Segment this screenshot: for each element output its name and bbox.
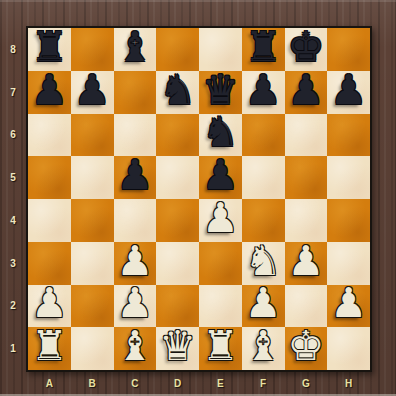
square-h3[interactable] — [327, 242, 370, 285]
piece-black-pawn-g7: ♟ — [287, 70, 324, 111]
piece-white-rook-a1: ♜ — [31, 326, 68, 367]
rank-label-6: 6 — [0, 114, 26, 157]
rank-label-2: 2 — [0, 285, 26, 328]
square-g7[interactable]: ♟ — [285, 71, 328, 114]
square-b5[interactable] — [71, 156, 114, 199]
piece-white-rook-e1: ♜ — [202, 326, 239, 367]
board: ♜♝♜♚♟♟♞♛♟♟♟♞♟♟♟♟♞♟♟♟♟♟♜♝♛♜♝♚ — [28, 28, 370, 370]
square-g8[interactable]: ♚ — [285, 28, 328, 71]
piece-black-bishop-c8: ♝ — [116, 27, 153, 68]
piece-white-pawn-e4: ♟ — [202, 198, 239, 239]
square-d6[interactable] — [156, 114, 199, 157]
square-e5[interactable]: ♟ — [199, 156, 242, 199]
file-label-f: F — [242, 372, 285, 394]
square-d3[interactable] — [156, 242, 199, 285]
square-e2[interactable] — [199, 285, 242, 328]
square-f7[interactable]: ♟ — [242, 71, 285, 114]
square-d5[interactable] — [156, 156, 199, 199]
file-label-h: H — [327, 372, 370, 394]
square-h4[interactable] — [327, 199, 370, 242]
board-frame: ♜♝♜♚♟♟♞♛♟♟♟♞♟♟♟♟♞♟♟♟♟♟♜♝♛♜♝♚ — [26, 26, 372, 372]
square-d7[interactable]: ♞ — [156, 71, 199, 114]
piece-white-bishop-f1: ♝ — [245, 326, 282, 367]
square-c1[interactable]: ♝ — [114, 327, 157, 370]
piece-white-pawn-c2: ♟ — [116, 283, 153, 324]
piece-white-bishop-c1: ♝ — [116, 326, 153, 367]
square-e4[interactable]: ♟ — [199, 199, 242, 242]
square-e7[interactable]: ♛ — [199, 71, 242, 114]
piece-white-pawn-f2: ♟ — [245, 283, 282, 324]
square-f4[interactable] — [242, 199, 285, 242]
square-e1[interactable]: ♜ — [199, 327, 242, 370]
square-f1[interactable]: ♝ — [242, 327, 285, 370]
square-d8[interactable] — [156, 28, 199, 71]
square-a4[interactable] — [28, 199, 71, 242]
square-d2[interactable] — [156, 285, 199, 328]
piece-black-pawn-c5: ♟ — [116, 155, 153, 196]
rank-label-3: 3 — [0, 242, 26, 285]
square-a6[interactable] — [28, 114, 71, 157]
file-labels: ABCDEFGH — [28, 372, 370, 394]
square-g2[interactable] — [285, 285, 328, 328]
square-f5[interactable] — [242, 156, 285, 199]
square-h7[interactable]: ♟ — [327, 71, 370, 114]
file-label-b: B — [71, 372, 114, 394]
square-f3[interactable]: ♞ — [242, 242, 285, 285]
square-c3[interactable]: ♟ — [114, 242, 157, 285]
square-c5[interactable]: ♟ — [114, 156, 157, 199]
piece-black-pawn-h7: ♟ — [330, 70, 367, 111]
square-b7[interactable]: ♟ — [71, 71, 114, 114]
piece-black-king-g8: ♚ — [287, 27, 324, 68]
rank-label-4: 4 — [0, 199, 26, 242]
square-f8[interactable]: ♜ — [242, 28, 285, 71]
square-b6[interactable] — [71, 114, 114, 157]
square-c2[interactable]: ♟ — [114, 285, 157, 328]
square-f2[interactable]: ♟ — [242, 285, 285, 328]
rank-label-5: 5 — [0, 156, 26, 199]
piece-black-knight-d7: ♞ — [159, 70, 196, 111]
piece-black-pawn-e5: ♟ — [202, 155, 239, 196]
square-g6[interactable] — [285, 114, 328, 157]
rank-label-1: 1 — [0, 327, 26, 370]
square-d1[interactable]: ♛ — [156, 327, 199, 370]
file-label-a: A — [28, 372, 71, 394]
file-label-e: E — [199, 372, 242, 394]
square-a8[interactable]: ♜ — [28, 28, 71, 71]
piece-white-knight-f3: ♞ — [245, 241, 282, 282]
square-g1[interactable]: ♚ — [285, 327, 328, 370]
square-a1[interactable]: ♜ — [28, 327, 71, 370]
piece-black-knight-e6: ♞ — [202, 112, 239, 153]
square-f6[interactable] — [242, 114, 285, 157]
piece-white-queen-d1: ♛ — [159, 326, 196, 367]
square-g4[interactable] — [285, 199, 328, 242]
square-a7[interactable]: ♟ — [28, 71, 71, 114]
rank-labels: 87654321 — [0, 28, 26, 370]
square-b8[interactable] — [71, 28, 114, 71]
file-label-d: D — [156, 372, 199, 394]
square-g5[interactable] — [285, 156, 328, 199]
file-label-g: G — [285, 372, 328, 394]
piece-black-pawn-b7: ♟ — [74, 70, 111, 111]
square-b2[interactable] — [71, 285, 114, 328]
square-a2[interactable]: ♟ — [28, 285, 71, 328]
square-h8[interactable] — [327, 28, 370, 71]
square-c7[interactable] — [114, 71, 157, 114]
square-e8[interactable] — [199, 28, 242, 71]
piece-white-pawn-c3: ♟ — [116, 241, 153, 282]
piece-black-rook-f8: ♜ — [245, 27, 282, 68]
piece-white-pawn-g3: ♟ — [287, 241, 324, 282]
rank-label-7: 7 — [0, 71, 26, 114]
piece-white-king-g1: ♚ — [287, 326, 324, 367]
square-b4[interactable] — [71, 199, 114, 242]
square-e6[interactable]: ♞ — [199, 114, 242, 157]
square-c8[interactable]: ♝ — [114, 28, 157, 71]
file-label-c: C — [114, 372, 157, 394]
square-c4[interactable] — [114, 199, 157, 242]
square-h2[interactable]: ♟ — [327, 285, 370, 328]
piece-black-queen-e7: ♛ — [202, 70, 239, 111]
square-b1[interactable] — [71, 327, 114, 370]
square-h1[interactable] — [327, 327, 370, 370]
square-d4[interactable] — [156, 199, 199, 242]
rank-label-8: 8 — [0, 28, 26, 71]
piece-white-pawn-h2: ♟ — [330, 283, 367, 324]
piece-black-pawn-f7: ♟ — [245, 70, 282, 111]
piece-black-rook-a8: ♜ — [31, 27, 68, 68]
square-a3[interactable] — [28, 242, 71, 285]
square-a5[interactable] — [28, 156, 71, 199]
square-h5[interactable] — [327, 156, 370, 199]
square-g3[interactable]: ♟ — [285, 242, 328, 285]
piece-white-pawn-a2: ♟ — [31, 283, 68, 324]
piece-black-pawn-a7: ♟ — [31, 70, 68, 111]
square-c6[interactable] — [114, 114, 157, 157]
square-h6[interactable] — [327, 114, 370, 157]
chess-board-screenshot: 87654321 ♜♝♜♚♟♟♞♛♟♟♟♞♟♟♟♟♞♟♟♟♟♟♜♝♛♜♝♚ AB… — [0, 0, 396, 396]
square-b3[interactable] — [71, 242, 114, 285]
square-e3[interactable] — [199, 242, 242, 285]
